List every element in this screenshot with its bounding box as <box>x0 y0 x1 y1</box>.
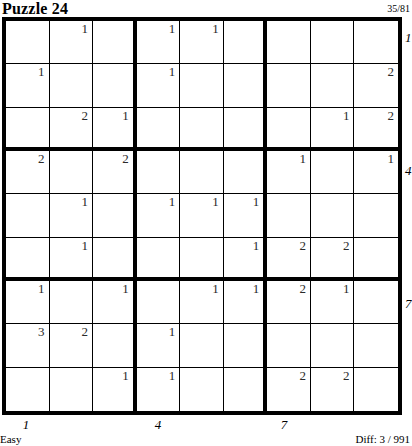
cell-r3-c9[interactable]: 2 <box>354 108 398 151</box>
cell-r1-c6[interactable] <box>224 21 268 64</box>
col-band-label-4: 4 <box>136 417 180 433</box>
cell-r4-c7[interactable]: 1 <box>267 151 311 194</box>
cell-r5-c8[interactable] <box>311 194 355 237</box>
cell-digit: 1 <box>253 239 260 253</box>
cell-digit: 2 <box>122 152 129 166</box>
difficulty-label: Easy <box>0 433 21 445</box>
cell-r6-c8[interactable]: 2 <box>311 238 355 281</box>
cell-r8-c6[interactable] <box>224 324 268 367</box>
cell-r3-c3[interactable]: 1 <box>93 108 137 151</box>
cell-digit: 1 <box>38 65 45 79</box>
cell-r8-c8[interactable] <box>311 324 355 367</box>
cell-digit: 1 <box>122 369 129 383</box>
cell-r8-c4[interactable]: 1 <box>137 324 181 367</box>
cell-digit: 1 <box>212 195 219 209</box>
cell-r9-c9[interactable] <box>354 368 398 411</box>
cell-r6-c2[interactable]: 1 <box>50 238 94 281</box>
row-band-label-7: 7 <box>405 296 412 312</box>
cell-r7-c9[interactable] <box>354 281 398 324</box>
cell-digit: 1 <box>253 195 260 209</box>
cell-r2-c6[interactable] <box>224 64 268 107</box>
cell-r9-c4[interactable]: 1 <box>137 368 181 411</box>
cell-digit: 2 <box>388 109 395 123</box>
cell-digit: 2 <box>299 369 306 383</box>
cell-r4-c3[interactable]: 2 <box>93 151 137 194</box>
cell-digit: 2 <box>82 109 89 123</box>
cell-r8-c9[interactable] <box>354 324 398 367</box>
cell-r6-c4[interactable] <box>137 238 181 281</box>
cell-r8-c7[interactable] <box>267 324 311 367</box>
cell-r5-c7[interactable] <box>267 194 311 237</box>
cell-r9-c5[interactable] <box>180 368 224 411</box>
cell-r1-c1[interactable] <box>6 21 50 64</box>
cell-r5-c2[interactable]: 1 <box>50 194 94 237</box>
cell-r7-c1[interactable]: 1 <box>6 281 50 324</box>
cell-r9-c1[interactable] <box>6 368 50 411</box>
cell-r3-c6[interactable] <box>224 108 268 151</box>
cell-digit: 1 <box>212 22 219 36</box>
cell-r8-c5[interactable] <box>180 324 224 367</box>
cell-r2-c2[interactable] <box>50 64 94 107</box>
cell-r2-c3[interactable] <box>93 64 137 107</box>
cell-r2-c5[interactable] <box>180 64 224 107</box>
cell-digit: 2 <box>343 239 350 253</box>
cell-digit: 1 <box>169 22 176 36</box>
cell-r3-c7[interactable] <box>267 108 311 151</box>
cell-r5-c9[interactable] <box>354 194 398 237</box>
cell-digit: 1 <box>169 195 176 209</box>
col-band-label-1: 1 <box>4 417 48 433</box>
cell-digit: 1 <box>299 152 306 166</box>
cell-r9-c6[interactable] <box>224 368 268 411</box>
cell-r5-c3[interactable] <box>93 194 137 237</box>
cell-r6-c1[interactable] <box>6 238 50 281</box>
cell-r1-c8[interactable] <box>311 21 355 64</box>
cell-r9-c3[interactable]: 1 <box>93 368 137 411</box>
cell-r3-c2[interactable]: 2 <box>50 108 94 151</box>
cell-r9-c7[interactable]: 2 <box>267 368 311 411</box>
cell-digit: 1 <box>82 22 89 36</box>
cell-r1-c7[interactable] <box>267 21 311 64</box>
cell-r3-c5[interactable] <box>180 108 224 151</box>
sudoku-board: 11111221122211111111221111213211122 <box>2 17 402 415</box>
cell-r3-c8[interactable]: 1 <box>311 108 355 151</box>
cell-r5-c6[interactable]: 1 <box>224 194 268 237</box>
cell-digit: 2 <box>388 65 395 79</box>
row-band-label-4: 4 <box>405 163 412 179</box>
cell-digit: 2 <box>299 239 306 253</box>
cell-digit: 1 <box>122 282 129 296</box>
cell-r7-c8[interactable]: 1 <box>311 281 355 324</box>
cell-r9-c2[interactable] <box>50 368 94 411</box>
cell-r2-c9[interactable]: 2 <box>354 64 398 107</box>
cell-digit: 2 <box>343 369 350 383</box>
cell-digit: 1 <box>212 282 219 296</box>
cell-r8-c2[interactable]: 2 <box>50 324 94 367</box>
cell-digit: 2 <box>82 325 89 339</box>
cell-r7-c5[interactable]: 1 <box>180 281 224 324</box>
diff-stat: Diff: 3 / 991 <box>356 433 411 445</box>
cell-digit: 3 <box>38 325 45 339</box>
cell-r8-c1[interactable]: 3 <box>6 324 50 367</box>
cell-r2-c8[interactable] <box>311 64 355 107</box>
cell-r7-c2[interactable] <box>50 281 94 324</box>
cell-r1-c9[interactable] <box>354 21 398 64</box>
cell-r1-c2[interactable]: 1 <box>50 21 94 64</box>
cell-digit: 1 <box>82 195 89 209</box>
col-band-label-7: 7 <box>262 417 306 433</box>
cell-digit: 1 <box>82 239 89 253</box>
cell-digit: 1 <box>122 109 129 123</box>
cell-r4-c9[interactable]: 1 <box>354 151 398 194</box>
cell-r4-c5[interactable] <box>180 151 224 194</box>
cell-r5-c1[interactable] <box>6 194 50 237</box>
cell-r7-c3[interactable]: 1 <box>93 281 137 324</box>
cell-digit: 1 <box>388 152 395 166</box>
cell-r8-c3[interactable] <box>93 324 137 367</box>
cell-r2-c4[interactable]: 1 <box>137 64 181 107</box>
cell-r7-c4[interactable] <box>137 281 181 324</box>
cell-r6-c6[interactable]: 1 <box>224 238 268 281</box>
cell-r6-c9[interactable] <box>354 238 398 281</box>
cell-r5-c5[interactable]: 1 <box>180 194 224 237</box>
cell-digit: 1 <box>343 109 350 123</box>
cell-r4-c4[interactable] <box>137 151 181 194</box>
cell-r1-c3[interactable] <box>93 21 137 64</box>
cell-r6-c3[interactable] <box>93 238 137 281</box>
progress-indicator: 35/81 <box>387 3 410 14</box>
page-title: Puzzle 24 <box>2 0 68 18</box>
cell-r7-c7[interactable]: 2 <box>267 281 311 324</box>
cell-digit: 2 <box>299 282 306 296</box>
cell-digit: 1 <box>169 369 176 383</box>
cell-digit: 1 <box>169 65 176 79</box>
cell-r3-c1[interactable] <box>6 108 50 151</box>
cell-r5-c4[interactable]: 1 <box>137 194 181 237</box>
cell-r7-c6[interactable]: 1 <box>224 281 268 324</box>
cell-digit: 2 <box>38 152 45 166</box>
cell-digit: 1 <box>38 282 45 296</box>
cell-digit: 1 <box>253 282 260 296</box>
cell-r4-c6[interactable] <box>224 151 268 194</box>
cell-r4-c8[interactable] <box>311 151 355 194</box>
cell-r6-c5[interactable] <box>180 238 224 281</box>
cell-r3-c4[interactable] <box>137 108 181 151</box>
cell-r1-c4[interactable]: 1 <box>137 21 181 64</box>
cell-r4-c2[interactable] <box>50 151 94 194</box>
cell-digit: 1 <box>169 325 176 339</box>
cell-r2-c7[interactable] <box>267 64 311 107</box>
cell-r4-c1[interactable]: 2 <box>6 151 50 194</box>
cell-r1-c5[interactable]: 1 <box>180 21 224 64</box>
cell-r9-c8[interactable]: 2 <box>311 368 355 411</box>
cell-digit: 1 <box>343 282 350 296</box>
cell-r2-c1[interactable]: 1 <box>6 64 50 107</box>
cell-r6-c7[interactable]: 2 <box>267 238 311 281</box>
row-band-label-1: 1 <box>405 30 412 46</box>
